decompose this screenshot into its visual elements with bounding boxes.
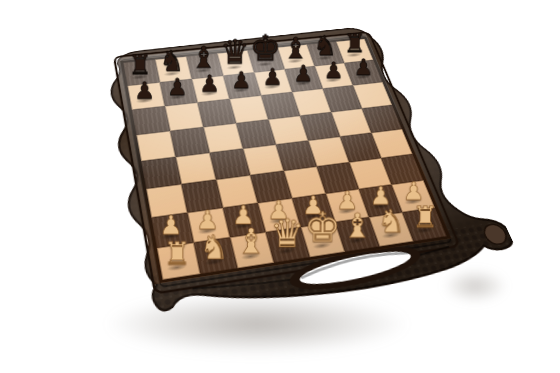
square-b8	[155, 56, 192, 82]
square-a8	[123, 60, 160, 86]
chess-board: ♜♞♝♛♚♝♞♜♟♟♟♟♟♟♟♟♟♟♟♟♟♟♟♟♜♞♝♛♚♝♞♜	[61, 15, 537, 368]
square-a1	[157, 243, 201, 280]
photo-scene: ♜♞♝♛♚♝♞♜♟♟♟♟♟♟♟♟♟♟♟♟♟♟♟♟♜♞♝♛♚♝♞♜	[0, 0, 560, 373]
